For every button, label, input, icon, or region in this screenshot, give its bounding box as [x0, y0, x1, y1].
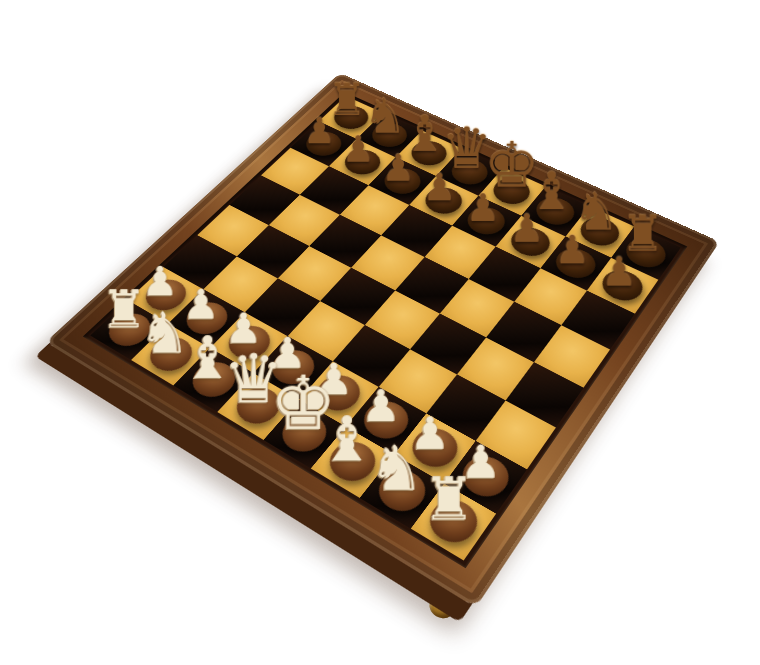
board-grid: ♜♞♝♛♚♝♞♜♟♟♟♟♟♟♟♟♟♟♟♟♟♟♟♟♜♞♝♛♚♝♞♜	[90, 96, 681, 561]
scene: ♜♞♝♛♚♝♞♜♟♟♟♟♟♟♟♟♟♟♟♟♟♟♟♟♜♞♝♛♚♝♞♜	[0, 0, 760, 665]
square-h1[interactable]: ♜	[411, 483, 497, 560]
white-rook[interactable]: ♜	[417, 473, 479, 529]
black-pawn[interactable]: ♟	[457, 189, 508, 225]
black-pawn[interactable]: ♟	[546, 231, 598, 268]
chessboard-frame: ♜♞♝♛♚♝♞♜♟♟♟♟♟♟♟♟♟♟♟♟♟♟♟♟♜♞♝♛♚♝♞♜	[46, 73, 720, 608]
black-pawn[interactable]: ♟	[592, 253, 645, 291]
playing-area: ♜♞♝♛♚♝♞♜♟♟♟♟♟♟♟♟♟♟♟♟♟♟♟♟♜♞♝♛♚♝♞♜	[83, 92, 688, 568]
black-pawn[interactable]: ♟	[501, 210, 552, 247]
